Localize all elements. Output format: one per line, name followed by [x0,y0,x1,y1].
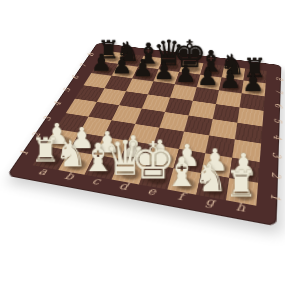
rank-label-left-6: 6 [67,72,93,83]
chess-set-photo: ♜♞♝♛♚♝♞♜♟♟♟♟♟♟♟♟♟♟♟♟♟♟♟♟♜♞♝♛♚♝♞♜ abcdefg… [0,0,285,285]
piece-white-rook-h1[interactable]: ♜ [210,166,270,202]
board-border-frame: ♜♞♝♛♚♝♞♜♟♟♟♟♟♟♟♟♟♟♟♟♟♟♟♟♜♞♝♛♚♝♞♜ abcdefg… [6,42,281,225]
square-e5[interactable] [165,97,193,115]
chess-board: ♜♞♝♛♚♝♞♜♟♟♟♟♟♟♟♟♟♟♟♟♟♟♟♟♜♞♝♛♚♝♞♜ abcdefg… [6,42,281,225]
square-b4[interactable] [88,101,119,119]
square-h4[interactable] [234,122,262,143]
rank-label-left-4: 4 [48,98,76,111]
square-f4[interactable] [184,115,213,135]
square-h1[interactable]: ♜ [225,177,257,205]
board-squares: ♜♞♝♛♚♝♞♜♟♟♟♟♟♟♟♟♟♟♟♟♟♟♟♟♜♞♝♛♚♝♞♜ [32,50,266,205]
rank-label-left-5: 5 [58,84,85,96]
